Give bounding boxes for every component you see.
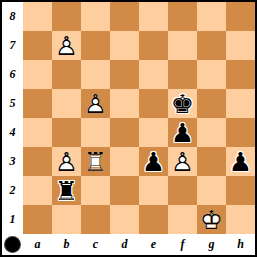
square-g8[interactable] — [197, 2, 226, 31]
file-label-e: e — [139, 234, 168, 255]
square-c8[interactable] — [81, 2, 110, 31]
square-c5[interactable]: ♟♙ — [81, 89, 110, 118]
rank-label-1: 1 — [2, 205, 23, 234]
file-label-b: b — [52, 234, 81, 255]
square-f2[interactable] — [168, 176, 197, 205]
piece-outline: ♙ — [52, 147, 81, 176]
square-f8[interactable] — [168, 2, 197, 31]
square-f5[interactable]: ♚ — [168, 89, 197, 118]
square-g5[interactable] — [197, 89, 226, 118]
square-g6[interactable] — [197, 60, 226, 89]
square-b1[interactable] — [52, 205, 81, 234]
black-pawn-h3: ♟ — [226, 147, 255, 176]
square-b6[interactable] — [52, 60, 81, 89]
white-pawn-c5: ♟♙ — [81, 89, 110, 118]
black-pawn-e3: ♟ — [139, 147, 168, 176]
square-d5[interactable] — [110, 89, 139, 118]
square-g2[interactable] — [197, 176, 226, 205]
piece-outline: ♙ — [52, 31, 81, 60]
chess-diagram: 87654321 ♟♙♟♙♚♟♟♙♜♖♟♟♙♟♜♚♔ abcdefgh — [0, 0, 257, 257]
square-b4[interactable] — [52, 118, 81, 147]
square-b7[interactable]: ♟♙ — [52, 31, 81, 60]
square-a6[interactable] — [23, 60, 52, 89]
file-label-a: a — [23, 234, 52, 255]
square-f7[interactable] — [168, 31, 197, 60]
square-e1[interactable] — [139, 205, 168, 234]
white-pawn-b3: ♟♙ — [52, 147, 81, 176]
square-d6[interactable] — [110, 60, 139, 89]
file-labels: abcdefgh — [23, 234, 255, 255]
rank-label-5: 5 — [2, 89, 23, 118]
square-e2[interactable] — [139, 176, 168, 205]
square-f4[interactable]: ♟ — [168, 118, 197, 147]
square-a8[interactable] — [23, 2, 52, 31]
black-pawn-f4: ♟ — [168, 118, 197, 147]
square-h2[interactable] — [226, 176, 255, 205]
black-to-move-indicator — [5, 237, 20, 252]
piece-glyph: ♜ — [52, 176, 81, 205]
rank-label-8: 8 — [2, 2, 23, 31]
square-d2[interactable] — [110, 176, 139, 205]
square-e4[interactable] — [139, 118, 168, 147]
square-a7[interactable] — [23, 31, 52, 60]
file-label-c: c — [81, 234, 110, 255]
file-label-d: d — [110, 234, 139, 255]
piece-outline: ♔ — [197, 205, 226, 234]
piece-outline: ♙ — [81, 89, 110, 118]
diagram-inner: 87654321 ♟♙♟♙♚♟♟♙♜♖♟♟♙♟♜♚♔ abcdefgh — [2, 2, 255, 255]
rank-label-6: 6 — [2, 60, 23, 89]
piece-glyph: ♟ — [168, 118, 197, 147]
board: ♟♙♟♙♚♟♟♙♜♖♟♟♙♟♜♚♔ — [23, 2, 255, 234]
square-d8[interactable] — [110, 2, 139, 31]
square-b8[interactable] — [52, 2, 81, 31]
square-h7[interactable] — [226, 31, 255, 60]
square-e8[interactable] — [139, 2, 168, 31]
piece-glyph: ♟ — [226, 147, 255, 176]
rank-label-7: 7 — [2, 31, 23, 60]
square-g7[interactable] — [197, 31, 226, 60]
square-e3[interactable]: ♟ — [139, 147, 168, 176]
piece-outline: ♙ — [168, 147, 197, 176]
black-rook-b2: ♜ — [52, 176, 81, 205]
square-h1[interactable] — [226, 205, 255, 234]
square-b3[interactable]: ♟♙ — [52, 147, 81, 176]
rank-label-2: 2 — [2, 176, 23, 205]
square-a2[interactable] — [23, 176, 52, 205]
square-b2[interactable]: ♜ — [52, 176, 81, 205]
square-g1[interactable]: ♚♔ — [197, 205, 226, 234]
white-pawn-f3: ♟♙ — [168, 147, 197, 176]
rank-label-3: 3 — [2, 147, 23, 176]
square-h5[interactable] — [226, 89, 255, 118]
square-f6[interactable] — [168, 60, 197, 89]
square-g4[interactable] — [197, 118, 226, 147]
square-c4[interactable] — [81, 118, 110, 147]
file-label-h: h — [226, 234, 255, 255]
square-d3[interactable] — [110, 147, 139, 176]
square-d1[interactable] — [110, 205, 139, 234]
rank-label-4: 4 — [2, 118, 23, 147]
file-label-f: f — [168, 234, 197, 255]
square-a4[interactable] — [23, 118, 52, 147]
white-king-g1: ♚♔ — [197, 205, 226, 234]
square-h8[interactable] — [226, 2, 255, 31]
white-pawn-b7: ♟♙ — [52, 31, 81, 60]
square-h6[interactable] — [226, 60, 255, 89]
square-h4[interactable] — [226, 118, 255, 147]
square-d4[interactable] — [110, 118, 139, 147]
black-king-f5: ♚ — [168, 89, 197, 118]
square-d7[interactable] — [110, 31, 139, 60]
square-f1[interactable] — [168, 205, 197, 234]
square-h3[interactable]: ♟ — [226, 147, 255, 176]
square-c6[interactable] — [81, 60, 110, 89]
square-e7[interactable] — [139, 31, 168, 60]
square-c7[interactable] — [81, 31, 110, 60]
side-to-move-corner — [2, 234, 23, 255]
square-b5[interactable] — [52, 89, 81, 118]
file-label-g: g — [197, 234, 226, 255]
square-a3[interactable] — [23, 147, 52, 176]
white-rook-c3: ♜♖ — [81, 147, 110, 176]
square-e5[interactable] — [139, 89, 168, 118]
piece-glyph: ♟ — [139, 147, 168, 176]
square-g3[interactable] — [197, 147, 226, 176]
piece-glyph: ♚ — [168, 89, 197, 118]
rank-labels: 87654321 — [2, 2, 23, 234]
square-c2[interactable] — [81, 176, 110, 205]
square-c3[interactable]: ♜♖ — [81, 147, 110, 176]
square-e6[interactable] — [139, 60, 168, 89]
square-a5[interactable] — [23, 89, 52, 118]
piece-outline: ♖ — [81, 147, 110, 176]
square-a1[interactable] — [23, 205, 52, 234]
square-c1[interactable] — [81, 205, 110, 234]
square-f3[interactable]: ♟♙ — [168, 147, 197, 176]
